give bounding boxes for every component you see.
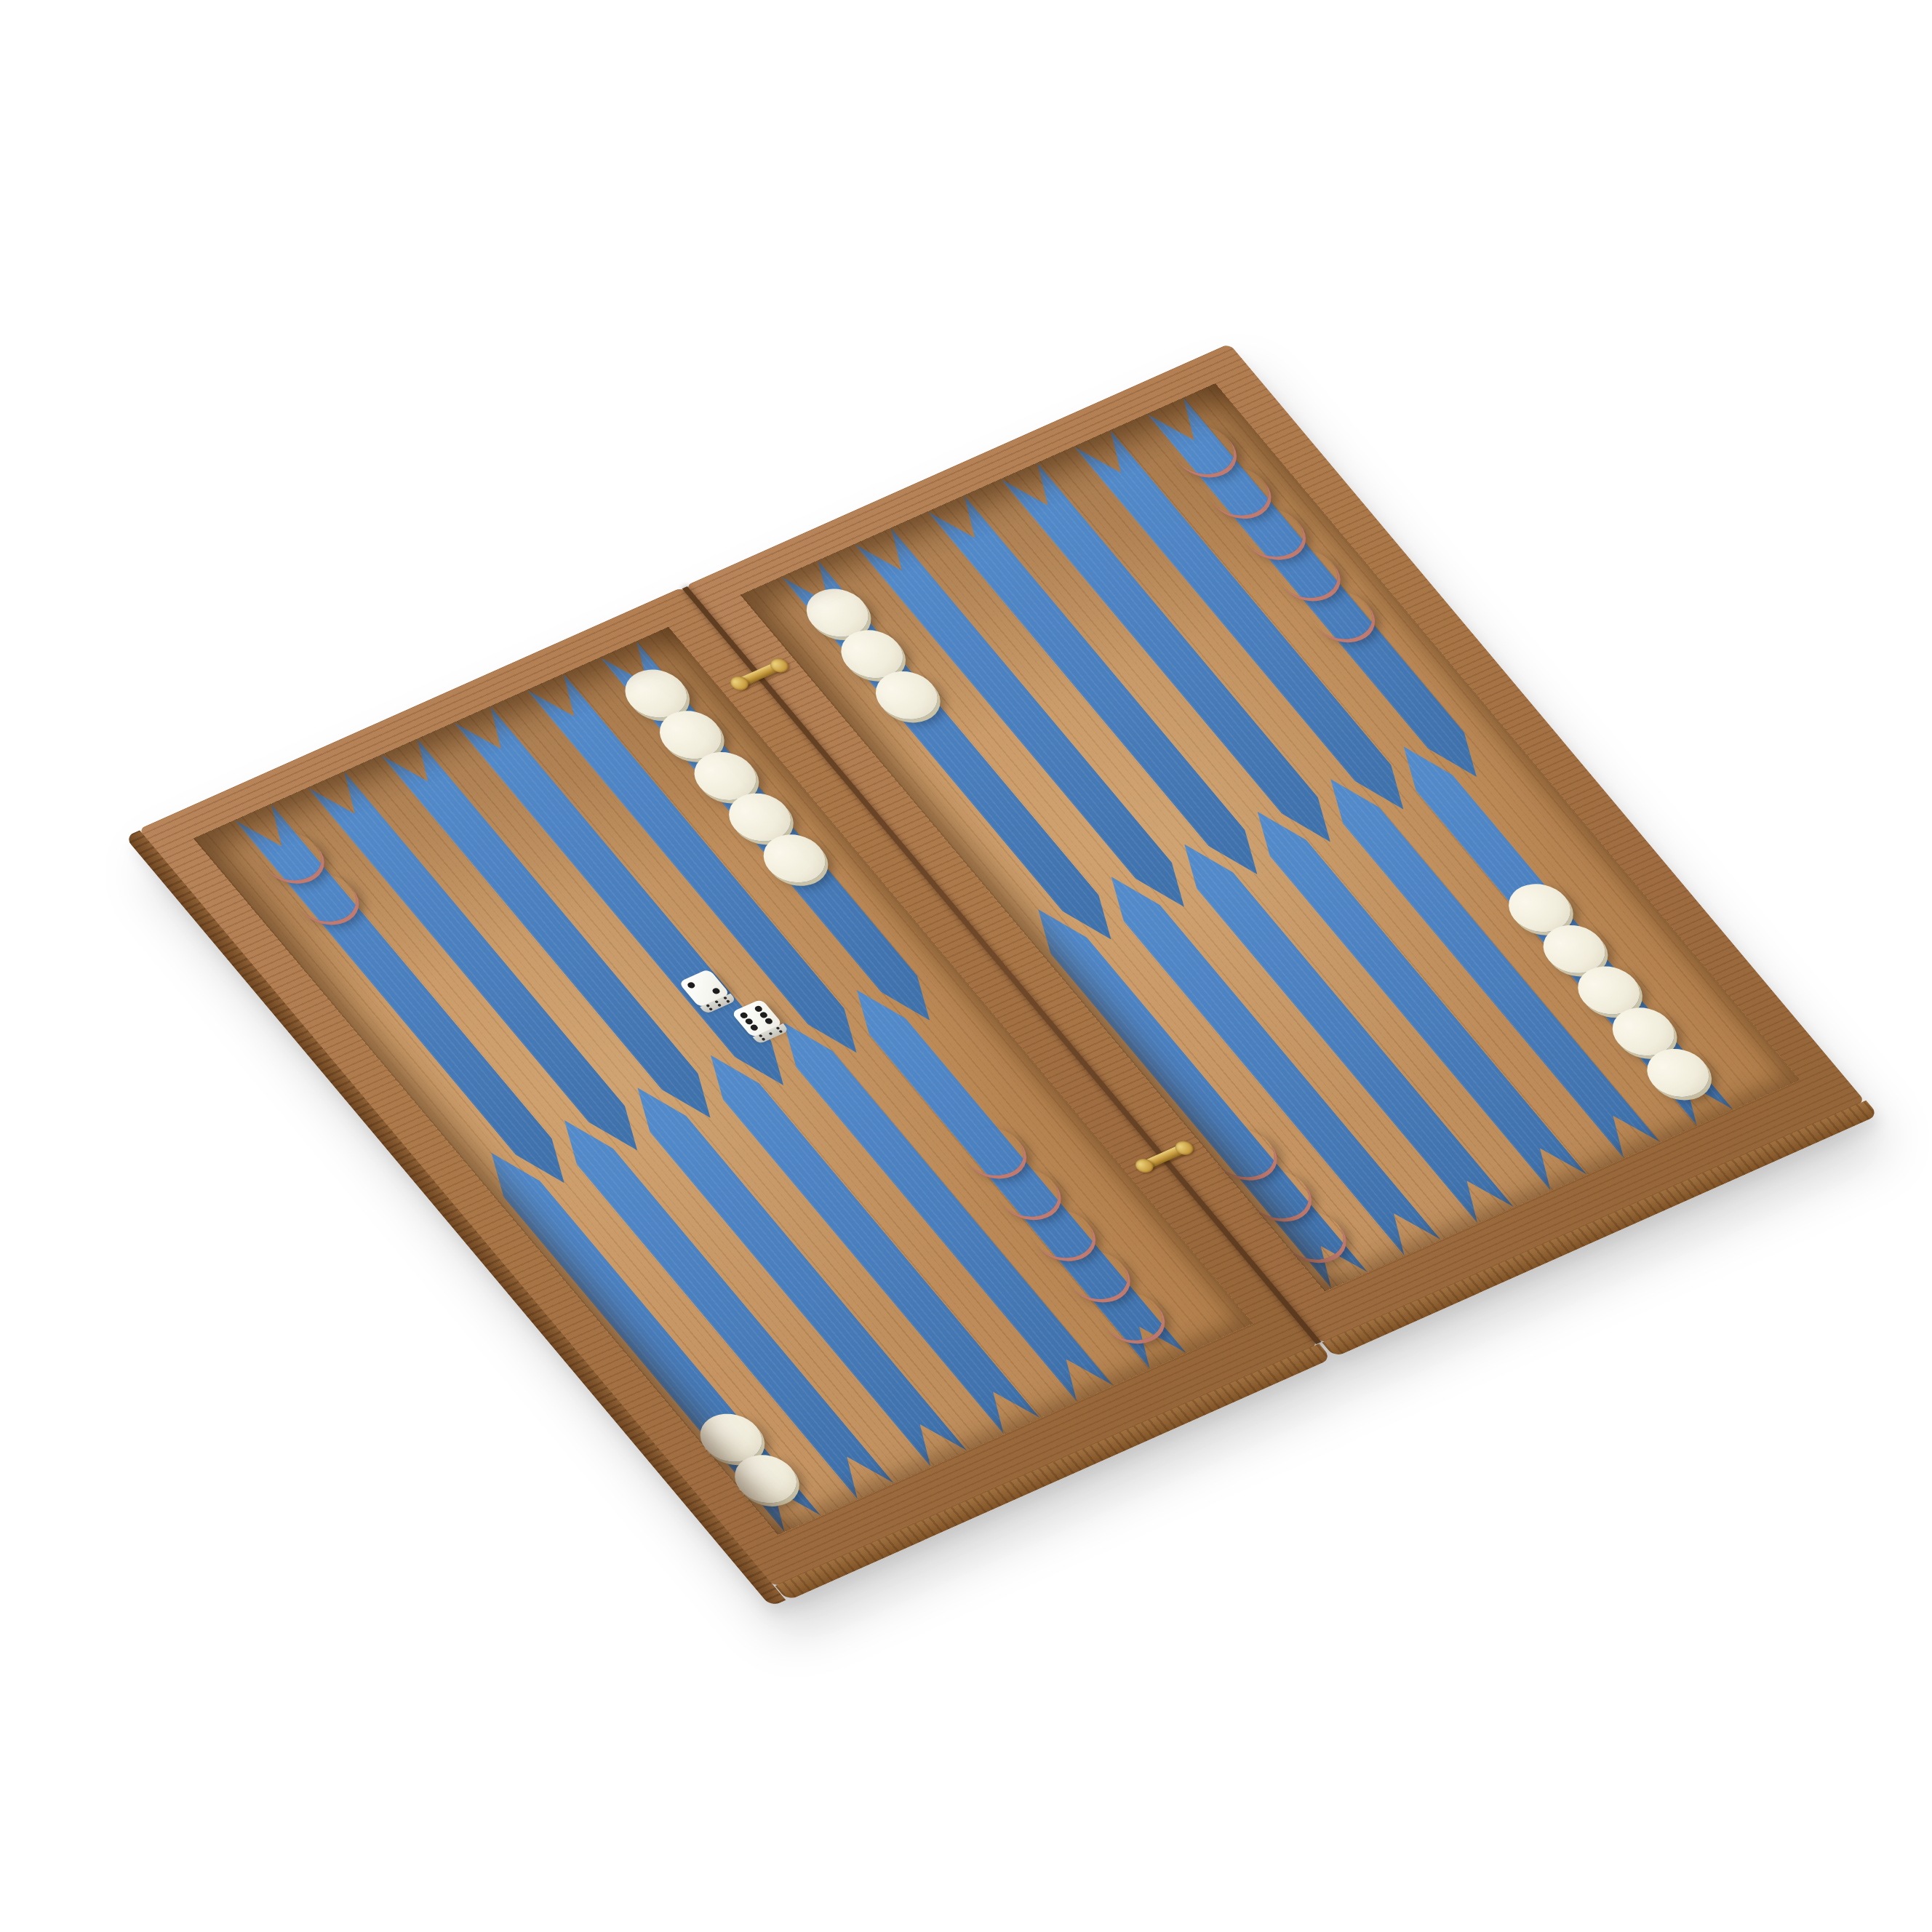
die-front-pip — [714, 1000, 719, 1004]
board-shadow-wrapper — [138, 829, 1333, 1819]
die-front-pip — [708, 1007, 713, 1011]
backgammon-board — [138, 343, 1865, 1587]
die-pip — [764, 1017, 774, 1025]
die-pip — [749, 1023, 759, 1031]
die-front-pip — [761, 1037, 765, 1041]
die-pip — [711, 987, 722, 995]
die-front-pip — [722, 996, 727, 999]
die-pip — [687, 981, 697, 989]
die-front-pip — [768, 1031, 773, 1035]
die-front-pip — [775, 1026, 780, 1030]
die-front-pip — [706, 1004, 710, 1007]
die-front-pip — [758, 1034, 762, 1037]
product-photo-scene — [0, 0, 1932, 1932]
die-front-pip — [716, 1003, 721, 1007]
die-front-pip — [725, 999, 730, 1003]
die-front-pip — [778, 1029, 783, 1033]
